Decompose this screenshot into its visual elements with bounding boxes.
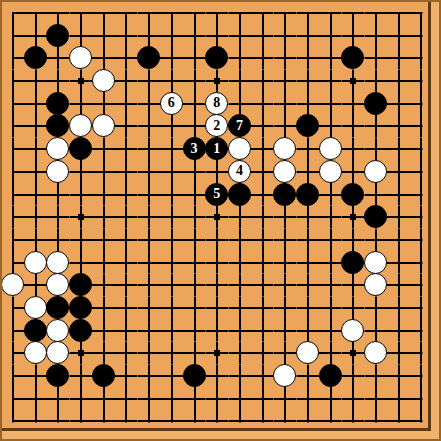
intersection-N6[interactable] <box>274 297 297 320</box>
intersection-H12[interactable] <box>160 160 183 183</box>
intersection-A14[interactable] <box>2 115 25 138</box>
intersection-F19[interactable] <box>115 2 138 25</box>
intersection-F13[interactable] <box>115 138 138 161</box>
intersection-N10[interactable] <box>274 206 297 229</box>
intersection-Q2[interactable] <box>342 387 365 410</box>
intersection-T1[interactable] <box>410 410 433 433</box>
intersection-E12[interactable] <box>92 160 115 183</box>
intersection-D10[interactable] <box>70 206 93 229</box>
intersection-C1[interactable] <box>47 410 70 433</box>
intersection-O11[interactable] <box>297 183 320 206</box>
intersection-P6[interactable] <box>319 297 342 320</box>
intersection-F6[interactable] <box>115 297 138 320</box>
intersection-S16[interactable] <box>387 70 410 93</box>
intersection-M18[interactable] <box>251 24 274 47</box>
intersection-A10[interactable] <box>2 206 25 229</box>
intersection-S15[interactable] <box>387 92 410 115</box>
intersection-L1[interactable] <box>229 410 252 433</box>
intersection-C6[interactable] <box>47 297 70 320</box>
intersection-K7[interactable] <box>206 274 229 297</box>
intersection-Q11[interactable] <box>342 183 365 206</box>
intersection-D9[interactable] <box>70 229 93 252</box>
intersection-R14[interactable] <box>365 115 388 138</box>
intersection-Q6[interactable] <box>342 297 365 320</box>
intersection-C19[interactable] <box>47 2 70 25</box>
intersection-E3[interactable] <box>92 365 115 388</box>
intersection-L17[interactable] <box>229 47 252 70</box>
intersection-H16[interactable] <box>160 70 183 93</box>
intersection-H10[interactable] <box>160 206 183 229</box>
intersection-K15[interactable]: 8 <box>206 92 229 115</box>
intersection-C18[interactable] <box>47 24 70 47</box>
intersection-E6[interactable] <box>92 297 115 320</box>
intersection-S5[interactable] <box>387 319 410 342</box>
intersection-B4[interactable] <box>24 342 47 365</box>
intersection-J9[interactable] <box>183 229 206 252</box>
intersection-E8[interactable] <box>92 251 115 274</box>
intersection-E7[interactable] <box>92 274 115 297</box>
intersection-F1[interactable] <box>115 410 138 433</box>
intersection-J17[interactable] <box>183 47 206 70</box>
intersection-K4[interactable] <box>206 342 229 365</box>
intersection-F7[interactable] <box>115 274 138 297</box>
intersection-D5[interactable] <box>70 319 93 342</box>
intersection-J8[interactable] <box>183 251 206 274</box>
intersection-D15[interactable] <box>70 92 93 115</box>
intersection-N13[interactable] <box>274 138 297 161</box>
intersection-J11[interactable] <box>183 183 206 206</box>
intersection-H3[interactable] <box>160 365 183 388</box>
intersection-F4[interactable] <box>115 342 138 365</box>
intersection-Q3[interactable] <box>342 365 365 388</box>
intersection-A16[interactable] <box>2 70 25 93</box>
intersection-O8[interactable] <box>297 251 320 274</box>
intersection-D7[interactable] <box>70 274 93 297</box>
intersection-C11[interactable] <box>47 183 70 206</box>
intersection-O5[interactable] <box>297 319 320 342</box>
intersection-M2[interactable] <box>251 387 274 410</box>
intersection-K13[interactable]: 1 <box>206 138 229 161</box>
intersection-E1[interactable] <box>92 410 115 433</box>
intersection-F9[interactable] <box>115 229 138 252</box>
intersection-P1[interactable] <box>319 410 342 433</box>
intersection-T19[interactable] <box>410 2 433 25</box>
intersection-G18[interactable] <box>138 24 161 47</box>
intersection-M16[interactable] <box>251 70 274 93</box>
intersection-B9[interactable] <box>24 229 47 252</box>
intersection-L5[interactable] <box>229 319 252 342</box>
intersection-D17[interactable] <box>70 47 93 70</box>
intersection-O18[interactable] <box>297 24 320 47</box>
intersection-H11[interactable] <box>160 183 183 206</box>
intersection-E18[interactable] <box>92 24 115 47</box>
intersection-D1[interactable] <box>70 410 93 433</box>
intersection-F5[interactable] <box>115 319 138 342</box>
intersection-R11[interactable] <box>365 183 388 206</box>
intersection-R12[interactable] <box>365 160 388 183</box>
intersection-F3[interactable] <box>115 365 138 388</box>
intersection-S3[interactable] <box>387 365 410 388</box>
intersection-R1[interactable] <box>365 410 388 433</box>
intersection-N9[interactable] <box>274 229 297 252</box>
intersection-O17[interactable] <box>297 47 320 70</box>
intersection-O14[interactable] <box>297 115 320 138</box>
intersection-K12[interactable] <box>206 160 229 183</box>
intersection-A6[interactable] <box>2 297 25 320</box>
intersection-M6[interactable] <box>251 297 274 320</box>
intersection-M9[interactable] <box>251 229 274 252</box>
intersection-L13[interactable] <box>229 138 252 161</box>
intersection-Q13[interactable] <box>342 138 365 161</box>
intersection-F14[interactable] <box>115 115 138 138</box>
intersection-F18[interactable] <box>115 24 138 47</box>
intersection-O7[interactable] <box>297 274 320 297</box>
intersection-H7[interactable] <box>160 274 183 297</box>
intersection-Q16[interactable] <box>342 70 365 93</box>
intersection-F2[interactable] <box>115 387 138 410</box>
intersection-R19[interactable] <box>365 2 388 25</box>
intersection-T2[interactable] <box>410 387 433 410</box>
intersection-N19[interactable] <box>274 2 297 25</box>
intersection-N15[interactable] <box>274 92 297 115</box>
intersection-M17[interactable] <box>251 47 274 70</box>
intersection-J14[interactable] <box>183 115 206 138</box>
intersection-T18[interactable] <box>410 24 433 47</box>
intersection-E4[interactable] <box>92 342 115 365</box>
intersection-B18[interactable] <box>24 24 47 47</box>
intersection-T3[interactable] <box>410 365 433 388</box>
intersection-G6[interactable] <box>138 297 161 320</box>
intersection-R15[interactable] <box>365 92 388 115</box>
intersection-A7[interactable] <box>2 274 25 297</box>
intersection-B3[interactable] <box>24 365 47 388</box>
intersection-C10[interactable] <box>47 206 70 229</box>
intersection-L3[interactable] <box>229 365 252 388</box>
intersection-P14[interactable] <box>319 115 342 138</box>
intersection-J13[interactable]: 3 <box>183 138 206 161</box>
intersection-C14[interactable] <box>47 115 70 138</box>
intersection-S17[interactable] <box>387 47 410 70</box>
intersection-J10[interactable] <box>183 206 206 229</box>
intersection-M11[interactable] <box>251 183 274 206</box>
intersection-S2[interactable] <box>387 387 410 410</box>
intersection-L10[interactable] <box>229 206 252 229</box>
intersection-J6[interactable] <box>183 297 206 320</box>
intersection-M4[interactable] <box>251 342 274 365</box>
intersection-K6[interactable] <box>206 297 229 320</box>
intersection-P16[interactable] <box>319 70 342 93</box>
intersection-Q8[interactable] <box>342 251 365 274</box>
intersection-R18[interactable] <box>365 24 388 47</box>
intersection-B5[interactable] <box>24 319 47 342</box>
intersection-Q1[interactable] <box>342 410 365 433</box>
intersection-G2[interactable] <box>138 387 161 410</box>
intersection-T15[interactable] <box>410 92 433 115</box>
intersection-Q10[interactable] <box>342 206 365 229</box>
intersection-A15[interactable] <box>2 92 25 115</box>
intersection-P3[interactable] <box>319 365 342 388</box>
intersection-F8[interactable] <box>115 251 138 274</box>
intersection-L8[interactable] <box>229 251 252 274</box>
intersection-C8[interactable] <box>47 251 70 274</box>
intersection-B19[interactable] <box>24 2 47 25</box>
intersection-A11[interactable] <box>2 183 25 206</box>
intersection-C17[interactable] <box>47 47 70 70</box>
intersection-A17[interactable] <box>2 47 25 70</box>
intersection-C12[interactable] <box>47 160 70 183</box>
intersection-F10[interactable] <box>115 206 138 229</box>
intersection-A8[interactable] <box>2 251 25 274</box>
intersection-P17[interactable] <box>319 47 342 70</box>
intersection-H8[interactable] <box>160 251 183 274</box>
intersection-G8[interactable] <box>138 251 161 274</box>
intersection-E5[interactable] <box>92 319 115 342</box>
intersection-R17[interactable] <box>365 47 388 70</box>
intersection-K9[interactable] <box>206 229 229 252</box>
intersection-O3[interactable] <box>297 365 320 388</box>
intersection-M14[interactable] <box>251 115 274 138</box>
intersection-B2[interactable] <box>24 387 47 410</box>
intersection-M3[interactable] <box>251 365 274 388</box>
intersection-S8[interactable] <box>387 251 410 274</box>
intersection-R6[interactable] <box>365 297 388 320</box>
intersection-G10[interactable] <box>138 206 161 229</box>
intersection-J1[interactable] <box>183 410 206 433</box>
intersection-D12[interactable] <box>70 160 93 183</box>
intersection-J16[interactable] <box>183 70 206 93</box>
intersection-C5[interactable] <box>47 319 70 342</box>
intersection-K16[interactable] <box>206 70 229 93</box>
intersection-T10[interactable] <box>410 206 433 229</box>
intersection-A9[interactable] <box>2 229 25 252</box>
intersection-R7[interactable] <box>365 274 388 297</box>
intersection-T11[interactable] <box>410 183 433 206</box>
intersection-B15[interactable] <box>24 92 47 115</box>
intersection-E2[interactable] <box>92 387 115 410</box>
intersection-A13[interactable] <box>2 138 25 161</box>
intersection-K17[interactable] <box>206 47 229 70</box>
intersection-L2[interactable] <box>229 387 252 410</box>
intersection-T8[interactable] <box>410 251 433 274</box>
intersection-R3[interactable] <box>365 365 388 388</box>
intersection-O12[interactable] <box>297 160 320 183</box>
intersection-N17[interactable] <box>274 47 297 70</box>
intersection-C9[interactable] <box>47 229 70 252</box>
intersection-T17[interactable] <box>410 47 433 70</box>
intersection-N7[interactable] <box>274 274 297 297</box>
intersection-B10[interactable] <box>24 206 47 229</box>
intersection-O4[interactable] <box>297 342 320 365</box>
intersection-D6[interactable] <box>70 297 93 320</box>
intersection-B1[interactable] <box>24 410 47 433</box>
intersection-G13[interactable] <box>138 138 161 161</box>
intersection-S14[interactable] <box>387 115 410 138</box>
intersection-P8[interactable] <box>319 251 342 274</box>
intersection-S9[interactable] <box>387 229 410 252</box>
intersection-P4[interactable] <box>319 342 342 365</box>
intersection-D8[interactable] <box>70 251 93 274</box>
intersection-R4[interactable] <box>365 342 388 365</box>
intersection-F12[interactable] <box>115 160 138 183</box>
intersection-O2[interactable] <box>297 387 320 410</box>
intersection-L18[interactable] <box>229 24 252 47</box>
intersection-K19[interactable] <box>206 2 229 25</box>
intersection-P15[interactable] <box>319 92 342 115</box>
intersection-Q9[interactable] <box>342 229 365 252</box>
intersection-H9[interactable] <box>160 229 183 252</box>
intersection-O6[interactable] <box>297 297 320 320</box>
intersection-K2[interactable] <box>206 387 229 410</box>
intersection-M12[interactable] <box>251 160 274 183</box>
intersection-D14[interactable] <box>70 115 93 138</box>
intersection-Q5[interactable] <box>342 319 365 342</box>
intersection-G17[interactable] <box>138 47 161 70</box>
intersection-G9[interactable] <box>138 229 161 252</box>
intersection-E11[interactable] <box>92 183 115 206</box>
intersection-L19[interactable] <box>229 2 252 25</box>
intersection-E14[interactable] <box>92 115 115 138</box>
intersection-J2[interactable] <box>183 387 206 410</box>
intersection-S1[interactable] <box>387 410 410 433</box>
intersection-G4[interactable] <box>138 342 161 365</box>
intersection-S7[interactable] <box>387 274 410 297</box>
intersection-L14[interactable]: 7 <box>229 115 252 138</box>
intersection-C13[interactable] <box>47 138 70 161</box>
intersection-P18[interactable] <box>319 24 342 47</box>
intersection-T4[interactable] <box>410 342 433 365</box>
intersection-S6[interactable] <box>387 297 410 320</box>
intersection-J15[interactable] <box>183 92 206 115</box>
intersection-E15[interactable] <box>92 92 115 115</box>
intersection-K3[interactable] <box>206 365 229 388</box>
intersection-C16[interactable] <box>47 70 70 93</box>
intersection-E17[interactable] <box>92 47 115 70</box>
intersection-N8[interactable] <box>274 251 297 274</box>
intersection-K8[interactable] <box>206 251 229 274</box>
intersection-P12[interactable] <box>319 160 342 183</box>
intersection-F11[interactable] <box>115 183 138 206</box>
intersection-L9[interactable] <box>229 229 252 252</box>
intersection-N16[interactable] <box>274 70 297 93</box>
intersection-B13[interactable] <box>24 138 47 161</box>
intersection-M13[interactable] <box>251 138 274 161</box>
intersection-G7[interactable] <box>138 274 161 297</box>
intersection-E9[interactable] <box>92 229 115 252</box>
intersection-A5[interactable] <box>2 319 25 342</box>
intersection-M8[interactable] <box>251 251 274 274</box>
intersection-H6[interactable] <box>160 297 183 320</box>
intersection-K1[interactable] <box>206 410 229 433</box>
intersection-B8[interactable] <box>24 251 47 274</box>
intersection-N11[interactable] <box>274 183 297 206</box>
intersection-G1[interactable] <box>138 410 161 433</box>
intersection-B14[interactable] <box>24 115 47 138</box>
intersection-Q19[interactable] <box>342 2 365 25</box>
intersection-B17[interactable] <box>24 47 47 70</box>
intersection-H5[interactable] <box>160 319 183 342</box>
intersection-R10[interactable] <box>365 206 388 229</box>
intersection-G11[interactable] <box>138 183 161 206</box>
intersection-G14[interactable] <box>138 115 161 138</box>
intersection-A3[interactable] <box>2 365 25 388</box>
intersection-Q17[interactable] <box>342 47 365 70</box>
intersection-M19[interactable] <box>251 2 274 25</box>
intersection-R16[interactable] <box>365 70 388 93</box>
intersection-D16[interactable] <box>70 70 93 93</box>
intersection-M10[interactable] <box>251 206 274 229</box>
intersection-J3[interactable] <box>183 365 206 388</box>
intersection-S11[interactable] <box>387 183 410 206</box>
intersection-Q15[interactable] <box>342 92 365 115</box>
intersection-R9[interactable] <box>365 229 388 252</box>
intersection-R2[interactable] <box>365 387 388 410</box>
intersection-C15[interactable] <box>47 92 70 115</box>
intersection-M5[interactable] <box>251 319 274 342</box>
intersection-Q12[interactable] <box>342 160 365 183</box>
intersection-T16[interactable] <box>410 70 433 93</box>
intersection-Q4[interactable] <box>342 342 365 365</box>
intersection-S18[interactable] <box>387 24 410 47</box>
intersection-G12[interactable] <box>138 160 161 183</box>
intersection-T5[interactable] <box>410 319 433 342</box>
intersection-H13[interactable] <box>160 138 183 161</box>
intersection-A18[interactable] <box>2 24 25 47</box>
intersection-H15[interactable]: 6 <box>160 92 183 115</box>
intersection-D13[interactable] <box>70 138 93 161</box>
intersection-N18[interactable] <box>274 24 297 47</box>
intersection-P2[interactable] <box>319 387 342 410</box>
intersection-C2[interactable] <box>47 387 70 410</box>
intersection-Q18[interactable] <box>342 24 365 47</box>
intersection-L16[interactable] <box>229 70 252 93</box>
intersection-E19[interactable] <box>92 2 115 25</box>
intersection-T12[interactable] <box>410 160 433 183</box>
intersection-K5[interactable] <box>206 319 229 342</box>
intersection-N4[interactable] <box>274 342 297 365</box>
intersection-L12[interactable]: 4 <box>229 160 252 183</box>
intersection-S13[interactable] <box>387 138 410 161</box>
intersection-R13[interactable] <box>365 138 388 161</box>
intersection-E16[interactable] <box>92 70 115 93</box>
intersection-P13[interactable] <box>319 138 342 161</box>
intersection-S4[interactable] <box>387 342 410 365</box>
intersection-L4[interactable] <box>229 342 252 365</box>
intersection-N5[interactable] <box>274 319 297 342</box>
intersection-A2[interactable] <box>2 387 25 410</box>
intersection-O13[interactable] <box>297 138 320 161</box>
intersection-F15[interactable] <box>115 92 138 115</box>
intersection-H4[interactable] <box>160 342 183 365</box>
intersection-P11[interactable] <box>319 183 342 206</box>
intersection-M15[interactable] <box>251 92 274 115</box>
intersection-H1[interactable] <box>160 410 183 433</box>
intersection-C7[interactable] <box>47 274 70 297</box>
intersection-G16[interactable] <box>138 70 161 93</box>
intersection-T13[interactable] <box>410 138 433 161</box>
intersection-J18[interactable] <box>183 24 206 47</box>
intersection-F16[interactable] <box>115 70 138 93</box>
intersection-D11[interactable] <box>70 183 93 206</box>
intersection-K14[interactable]: 2 <box>206 115 229 138</box>
intersection-P7[interactable] <box>319 274 342 297</box>
intersection-T9[interactable] <box>410 229 433 252</box>
intersection-C3[interactable] <box>47 365 70 388</box>
intersection-E13[interactable] <box>92 138 115 161</box>
intersection-S19[interactable] <box>387 2 410 25</box>
intersection-B16[interactable] <box>24 70 47 93</box>
intersection-D4[interactable] <box>70 342 93 365</box>
intersection-J19[interactable] <box>183 2 206 25</box>
